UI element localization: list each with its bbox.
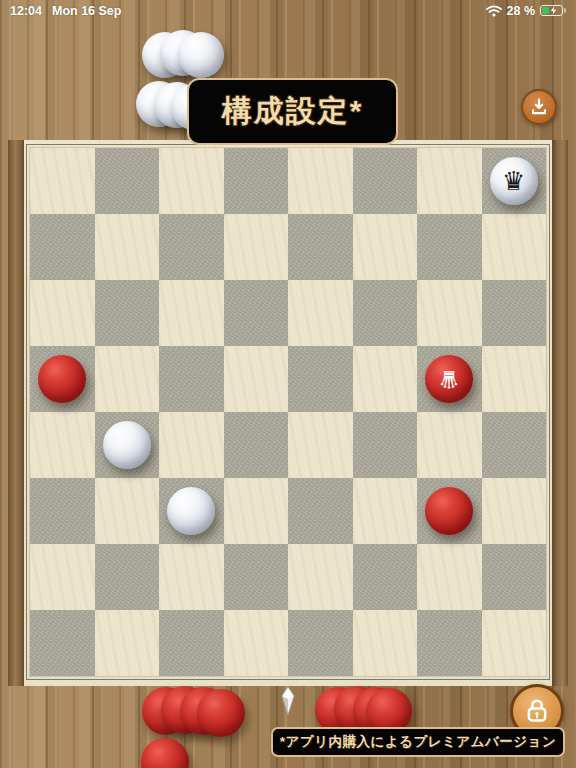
board-square[interactable] — [417, 148, 482, 214]
board-square[interactable] — [224, 610, 289, 676]
charging-bolt-icon — [550, 6, 557, 15]
lock-icon — [522, 696, 552, 726]
white-king-piece[interactable]: ♛ — [490, 157, 538, 205]
status-right: 28 % — [486, 4, 567, 18]
board-square[interactable] — [159, 280, 224, 346]
board-edge-left — [8, 140, 24, 686]
download-icon — [528, 96, 550, 118]
board-square[interactable] — [482, 412, 547, 478]
white-piece[interactable] — [103, 421, 151, 469]
board-square[interactable] — [288, 346, 353, 412]
board-square[interactable] — [95, 148, 160, 214]
board-square[interactable] — [482, 544, 547, 610]
board-square[interactable] — [482, 478, 547, 544]
board-square[interactable] — [224, 148, 289, 214]
board-square[interactable] — [30, 544, 95, 610]
board-square[interactable] — [288, 412, 353, 478]
download-button[interactable] — [521, 89, 557, 125]
board-square[interactable] — [159, 148, 224, 214]
board-square[interactable] — [30, 148, 95, 214]
board-square[interactable] — [353, 214, 418, 280]
board-square[interactable] — [224, 412, 289, 478]
board-square[interactable] — [224, 478, 289, 544]
board-square[interactable] — [95, 346, 160, 412]
board-square[interactable] — [417, 214, 482, 280]
board-square[interactable] — [30, 214, 95, 280]
crown-icon: ♛ — [425, 355, 473, 403]
board-square[interactable] — [288, 544, 353, 610]
board-square[interactable] — [417, 610, 482, 676]
premium-note-banner: *アプリ内購入によるプレミアムバージョン — [271, 727, 565, 757]
board-square[interactable] — [159, 412, 224, 478]
board-square[interactable] — [95, 214, 160, 280]
diamond-marker-icon — [281, 687, 295, 719]
board-square[interactable] — [353, 478, 418, 544]
board-square[interactable] — [30, 610, 95, 676]
board-square[interactable] — [482, 214, 547, 280]
board-square[interactable] — [224, 544, 289, 610]
premium-note-label: *アプリ内購入によるプレミアムバージョン — [280, 733, 557, 751]
board-square[interactable] — [30, 478, 95, 544]
config-settings-label: 構成設定* — [222, 91, 364, 132]
board-square[interactable] — [353, 610, 418, 676]
board-square[interactable] — [288, 148, 353, 214]
board-square[interactable] — [224, 214, 289, 280]
wifi-icon — [486, 5, 502, 17]
board-square[interactable] — [95, 610, 160, 676]
app-screen: 12:04 Mon 16 Sep 28 % — [0, 0, 576, 768]
board-square[interactable] — [288, 610, 353, 676]
status-left: 12:04 Mon 16 Sep — [10, 4, 121, 18]
red-piece[interactable] — [425, 487, 473, 535]
config-settings-banner[interactable]: 構成設定* — [187, 78, 398, 145]
battery-icon — [540, 5, 566, 16]
board-square[interactable] — [95, 280, 160, 346]
board-square[interactable] — [417, 544, 482, 610]
board-square[interactable] — [224, 280, 289, 346]
checkers-board[interactable]: ♛♛ — [8, 140, 568, 686]
status-bar: 12:04 Mon 16 Sep 28 % — [0, 0, 576, 20]
red-piece[interactable] — [38, 355, 86, 403]
board-square[interactable] — [30, 412, 95, 478]
board-square[interactable] — [159, 544, 224, 610]
board-square[interactable] — [353, 346, 418, 412]
board-square[interactable] — [353, 544, 418, 610]
red-piece[interactable] — [197, 689, 245, 737]
board-square[interactable] — [353, 412, 418, 478]
board-square[interactable] — [288, 214, 353, 280]
board-square[interactable] — [353, 280, 418, 346]
white-piece[interactable] — [178, 32, 224, 78]
crown-icon: ♛ — [490, 157, 538, 205]
board-square[interactable] — [482, 280, 547, 346]
red-king-piece[interactable]: ♛ — [425, 355, 473, 403]
board-square[interactable] — [30, 280, 95, 346]
board-edge-right — [552, 140, 568, 686]
board-square[interactable] — [288, 280, 353, 346]
board-square[interactable] — [159, 346, 224, 412]
board-square[interactable] — [417, 280, 482, 346]
board-square[interactable] — [482, 346, 547, 412]
battery-fill — [542, 7, 549, 14]
board-square[interactable] — [482, 610, 547, 676]
board-square[interactable] — [417, 412, 482, 478]
board-square[interactable] — [159, 214, 224, 280]
battery-percent: 28 % — [507, 4, 536, 18]
board-square[interactable] — [288, 478, 353, 544]
board-grid[interactable] — [30, 148, 546, 676]
date: Mon 16 Sep — [52, 4, 121, 18]
board-square[interactable] — [95, 478, 160, 544]
board-square[interactable] — [159, 610, 224, 676]
clock: 12:04 — [10, 4, 42, 18]
white-piece[interactable] — [167, 487, 215, 535]
red-piece[interactable] — [141, 738, 189, 768]
board-square[interactable] — [353, 148, 418, 214]
board-square[interactable] — [95, 544, 160, 610]
board-square[interactable] — [224, 346, 289, 412]
